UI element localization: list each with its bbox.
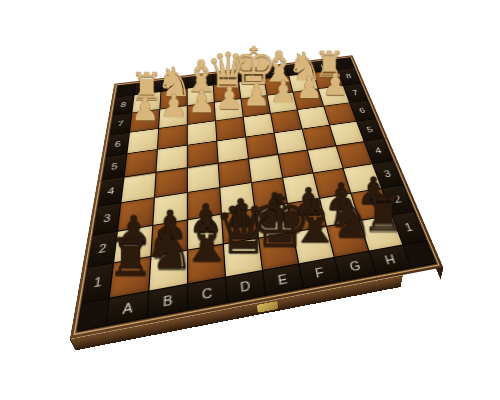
- piece-white-pawn[interactable]: ♟: [130, 93, 158, 125]
- rank-label-text: 8: [120, 101, 127, 108]
- rank-label-text: 1: [93, 275, 103, 290]
- piece-black-rook[interactable]: ♜: [106, 232, 153, 285]
- rank-label-text: 3: [103, 213, 112, 225]
- file-label-c-near: C: [188, 278, 226, 310]
- file-label-text: C: [202, 286, 213, 301]
- rank-label-text: 7: [117, 120, 124, 128]
- file-label-text: E: [277, 272, 288, 287]
- rank-label-text: 5: [366, 126, 374, 134]
- square-c5[interactable]: [188, 141, 218, 167]
- piece-white-pawn[interactable]: ♟: [269, 76, 296, 106]
- frame-corner: [77, 299, 108, 330]
- file-label-f-near: F: [299, 258, 339, 288]
- file-label-e-near: E: [263, 265, 302, 295]
- piece-white-pawn[interactable]: ♟: [187, 86, 215, 117]
- rank-label-text: 6: [114, 140, 121, 149]
- rank-label-text: 5: [111, 162, 119, 172]
- square-e5[interactable]: [246, 133, 277, 158]
- perspective-scene: ABCDEFGH8♜♞♝♛♚♝♞♜87♟♟♟♟♟♟♟♟7665544332♟♟♟…: [0, 0, 500, 400]
- file-label-text: H: [383, 252, 396, 266]
- rank-label-text: 7: [351, 89, 359, 96]
- rank-label-5-right: 5: [357, 119, 383, 141]
- file-label-b-near: B: [148, 285, 187, 317]
- file-label-text: F: [314, 265, 325, 279]
- square-a7[interactable]: ♟: [130, 110, 159, 132]
- file-label-d-near: D: [226, 271, 265, 302]
- file-label-text: G: [348, 259, 362, 273]
- piece-white-pawn[interactable]: ♟: [215, 83, 243, 114]
- coordinate-frame: ABCDEFGH8♜♞♝♛♚♝♞♜87♟♟♟♟♟♟♟♟7665544332♟♟♟…: [77, 58, 437, 332]
- piece-white-pawn[interactable]: ♟: [242, 79, 269, 110]
- rank-label-7-left: 7: [109, 113, 131, 135]
- rank-label-6-left: 6: [106, 133, 129, 157]
- rank-label-text: 4: [107, 186, 115, 197]
- rank-label-text: 2: [98, 242, 107, 255]
- brass-latch: [257, 301, 278, 313]
- square-f4[interactable]: [279, 150, 313, 177]
- chess-board: ABCDEFGH8♜♞♝♛♚♝♞♜87♟♟♟♟♟♟♟♟7665544332♟♟♟…: [70, 55, 443, 338]
- file-label-a-near: A: [107, 292, 149, 325]
- rank-label-text: 4: [374, 147, 383, 156]
- file-label-g-near: G: [335, 252, 376, 281]
- square-b1[interactable]: ♞: [149, 251, 186, 291]
- piece-white-pawn[interactable]: ♟: [159, 90, 187, 121]
- rank-label-4-left: 4: [98, 178, 124, 206]
- square-a6[interactable]: [127, 129, 158, 153]
- square-a1[interactable]: ♜: [110, 257, 150, 297]
- file-label-text: D: [240, 279, 251, 294]
- square-d5[interactable]: [217, 137, 248, 162]
- rank-label-text: 6: [358, 107, 366, 115]
- square-b5[interactable]: [157, 146, 187, 172]
- piece-white-pawn[interactable]: ♟: [296, 73, 323, 103]
- piece-white-pawn[interactable]: ♟: [322, 70, 349, 100]
- file-label-text: A: [122, 300, 133, 316]
- square-f5[interactable]: [275, 129, 307, 153]
- square-g4[interactable]: [308, 146, 343, 172]
- product-photo-stage: ABCDEFGH8♜♞♝♛♚♝♞♜87♟♟♟♟♟♟♟♟7665544332♟♟♟…: [0, 0, 500, 400]
- square-c6[interactable]: [188, 121, 216, 145]
- file-label-text: B: [163, 293, 173, 309]
- square-f6[interactable]: [271, 110, 302, 132]
